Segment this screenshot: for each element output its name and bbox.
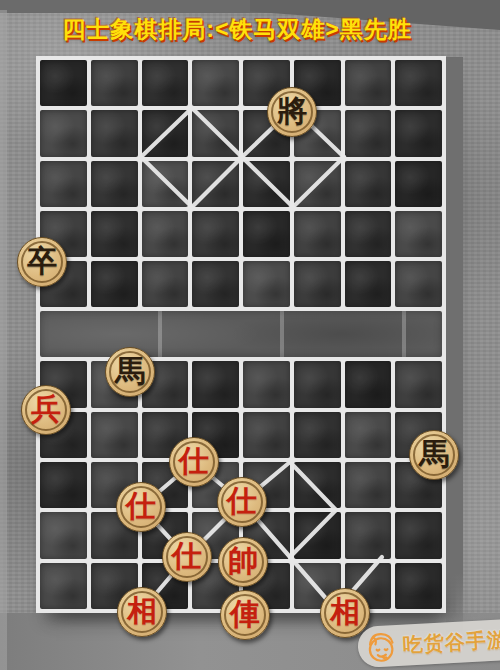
board-cell <box>40 512 87 558</box>
piece-glyph: 相 <box>127 596 157 626</box>
board-cell <box>192 211 239 257</box>
board-cell <box>345 261 392 307</box>
board-cell <box>294 361 341 407</box>
board-cell <box>40 462 87 508</box>
board-cell <box>345 512 392 558</box>
piece-glyph: 將 <box>277 96 307 126</box>
piece-glyph: 仕 <box>126 491 156 521</box>
xiangqi-board <box>36 56 446 613</box>
board-cell <box>91 211 138 257</box>
piece-red-advisor-1: 仕 <box>169 437 219 487</box>
board-cell <box>294 161 341 207</box>
board-cell <box>345 161 392 207</box>
piece-black-general: 將 <box>267 87 317 137</box>
board-cell <box>395 161 442 207</box>
board-cell <box>192 161 239 207</box>
board-cell <box>243 161 290 207</box>
piece-glyph: 仕 <box>179 446 209 476</box>
piece-red-advisor-3: 仕 <box>217 477 267 527</box>
piece-glyph: 馬 <box>419 439 449 469</box>
piece-red-soldier: 兵 <box>21 385 71 435</box>
piece-glyph: 相 <box>330 597 360 627</box>
piece-black-horse-2: 馬 <box>409 430 459 480</box>
board-cell <box>345 462 392 508</box>
board-cell <box>395 110 442 156</box>
piece-glyph: 仕 <box>227 486 257 516</box>
board-cell <box>192 361 239 407</box>
board-cell <box>91 161 138 207</box>
piece-black-horse-1: 馬 <box>105 347 155 397</box>
board-cell <box>243 211 290 257</box>
board-cell <box>40 110 87 156</box>
board-cell <box>142 60 189 106</box>
board-cell <box>243 361 290 407</box>
board-cell <box>294 512 341 558</box>
board-cell <box>395 361 442 407</box>
board-cell <box>142 211 189 257</box>
piece-glyph: 仕 <box>172 541 202 571</box>
board-cell <box>294 412 341 458</box>
board-cell <box>345 110 392 156</box>
board-cell <box>40 60 87 106</box>
board-cell <box>91 261 138 307</box>
board-cell <box>395 563 442 609</box>
puzzle-title: 四士象棋排局:<铁马双雄>黑先胜 <box>0 14 474 45</box>
board-cell <box>395 60 442 106</box>
piece-red-chariot: 俥 <box>220 590 270 640</box>
board-cell <box>192 261 239 307</box>
board-cell <box>91 412 138 458</box>
board-cell <box>192 110 239 156</box>
piece-glyph: 卒 <box>27 246 57 276</box>
left-edge-strip <box>0 10 7 670</box>
board-cell <box>294 261 341 307</box>
board-cell <box>395 261 442 307</box>
board-cell <box>40 563 87 609</box>
piece-red-elephant-1: 相 <box>117 587 167 637</box>
board-cell <box>192 60 239 106</box>
puzzle-thumbnail: 四士象棋排局:<铁马双雄>黑先胜 將卒馬馬兵仕仕仕仕帥相俥相 吃货谷手游 <box>0 0 500 670</box>
watermark-text: 吃货谷手游 <box>402 626 500 658</box>
board-cell <box>142 261 189 307</box>
board-cell <box>345 412 392 458</box>
board-cell <box>142 110 189 156</box>
piece-glyph: 馬 <box>115 356 145 386</box>
board-cell <box>91 110 138 156</box>
watermark: 吃货谷手游 <box>357 617 500 668</box>
board-cell <box>345 60 392 106</box>
board-cell <box>294 211 341 257</box>
piece-red-advisor-4: 仕 <box>162 532 212 582</box>
piece-glyph: 兵 <box>31 394 61 424</box>
piece-glyph: 俥 <box>230 599 260 629</box>
piece-black-soldier: 卒 <box>17 237 67 287</box>
board-cell <box>395 512 442 558</box>
board-cell <box>91 60 138 106</box>
river-band <box>40 311 442 357</box>
piece-glyph: 帥 <box>228 546 258 576</box>
board-cell <box>40 161 87 207</box>
board-cell <box>142 161 189 207</box>
cartoon-boy-face-icon <box>362 627 400 665</box>
board-cell <box>294 462 341 508</box>
board-cell <box>243 261 290 307</box>
board-right-shadow <box>446 57 463 643</box>
piece-red-general: 帥 <box>218 537 268 587</box>
board-cell <box>345 361 392 407</box>
board-cell <box>243 412 290 458</box>
board-cell <box>345 211 392 257</box>
board-cell <box>395 211 442 257</box>
piece-red-advisor-2: 仕 <box>116 482 166 532</box>
